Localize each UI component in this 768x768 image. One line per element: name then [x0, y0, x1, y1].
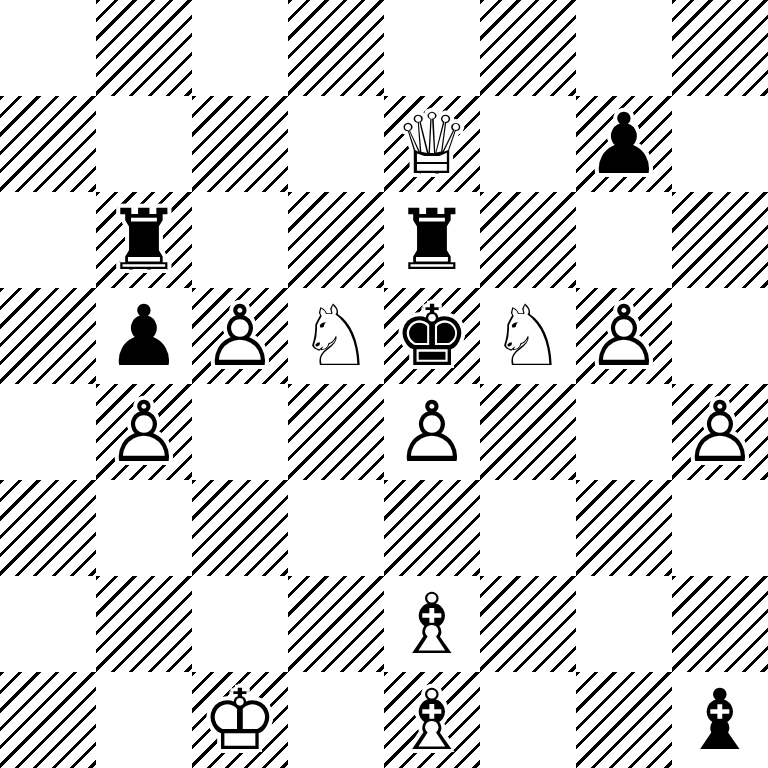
black-pawn-icon: ♟: [576, 96, 672, 192]
square-d3[interactable]: [288, 480, 384, 576]
square-b4[interactable]: ♟♙: [96, 384, 192, 480]
square-b3[interactable]: [96, 480, 192, 576]
white-queen-icon: ♕: [384, 96, 480, 192]
square-h6[interactable]: [672, 192, 768, 288]
black-rook[interactable]: ♜♜: [96, 192, 192, 288]
square-g1[interactable]: [576, 672, 672, 768]
square-e3[interactable]: [384, 480, 480, 576]
black-king[interactable]: ♚♚: [384, 288, 480, 384]
black-king-icon: ♚: [384, 288, 480, 384]
square-g6[interactable]: [576, 192, 672, 288]
square-g4[interactable]: [576, 384, 672, 480]
square-e6[interactable]: ♜♜: [384, 192, 480, 288]
square-c1[interactable]: ♚♔: [192, 672, 288, 768]
black-rook-icon: ♜: [96, 192, 192, 288]
square-e4[interactable]: ♟♙: [384, 384, 480, 480]
white-knight[interactable]: ♞♘: [480, 288, 576, 384]
square-d7[interactable]: [288, 96, 384, 192]
white-bishop-icon: ♗: [384, 576, 480, 672]
white-bishop[interactable]: ♝♗: [384, 576, 480, 672]
square-g7[interactable]: ♟♟: [576, 96, 672, 192]
square-h8[interactable]: [672, 0, 768, 96]
square-c4[interactable]: [192, 384, 288, 480]
square-e7[interactable]: ♛♕: [384, 96, 480, 192]
chess-diagram: ♛♕♟♟♜♜♜♜♟♟♟♙♞♘♚♚♞♘♟♙♟♙♟♙♟♙♝♗♚♔♝♗♝♝: [0, 0, 768, 768]
square-a6[interactable]: [0, 192, 96, 288]
square-e5[interactable]: ♚♚: [384, 288, 480, 384]
square-f5[interactable]: ♞♘: [480, 288, 576, 384]
white-queen[interactable]: ♛♕: [384, 96, 480, 192]
square-f1[interactable]: [480, 672, 576, 768]
white-knight[interactable]: ♞♘: [288, 288, 384, 384]
black-rook-icon: ♜: [384, 192, 480, 288]
black-bishop-icon: ♝: [672, 672, 768, 768]
square-h4[interactable]: ♟♙: [672, 384, 768, 480]
square-h2[interactable]: [672, 576, 768, 672]
square-a3[interactable]: [0, 480, 96, 576]
square-a7[interactable]: [0, 96, 96, 192]
square-e2[interactable]: ♝♗: [384, 576, 480, 672]
black-pawn[interactable]: ♟♟: [96, 288, 192, 384]
square-e1[interactable]: ♝♗: [384, 672, 480, 768]
white-pawn[interactable]: ♟♙: [384, 384, 480, 480]
square-f8[interactable]: [480, 0, 576, 96]
chess-board: ♛♕♟♟♜♜♜♜♟♟♟♙♞♘♚♚♞♘♟♙♟♙♟♙♟♙♝♗♚♔♝♗♝♝: [0, 0, 768, 768]
square-c3[interactable]: [192, 480, 288, 576]
square-g3[interactable]: [576, 480, 672, 576]
square-d4[interactable]: [288, 384, 384, 480]
square-c5[interactable]: ♟♙: [192, 288, 288, 384]
square-c8[interactable]: [192, 0, 288, 96]
white-king-icon: ♔: [192, 672, 288, 768]
square-f3[interactable]: [480, 480, 576, 576]
black-pawn[interactable]: ♟♟: [576, 96, 672, 192]
square-d1[interactable]: [288, 672, 384, 768]
white-pawn[interactable]: ♟♙: [672, 384, 768, 480]
square-f7[interactable]: [480, 96, 576, 192]
square-c6[interactable]: [192, 192, 288, 288]
white-pawn-icon: ♙: [576, 288, 672, 384]
square-a5[interactable]: [0, 288, 96, 384]
white-pawn[interactable]: ♟♙: [192, 288, 288, 384]
white-king[interactable]: ♚♔: [192, 672, 288, 768]
square-d6[interactable]: [288, 192, 384, 288]
square-a1[interactable]: [0, 672, 96, 768]
white-knight-icon: ♘: [288, 288, 384, 384]
square-b8[interactable]: [96, 0, 192, 96]
square-a4[interactable]: [0, 384, 96, 480]
square-b2[interactable]: [96, 576, 192, 672]
white-bishop[interactable]: ♝♗: [384, 672, 480, 768]
square-h7[interactable]: [672, 96, 768, 192]
square-b7[interactable]: [96, 96, 192, 192]
square-c2[interactable]: [192, 576, 288, 672]
square-d5[interactable]: ♞♘: [288, 288, 384, 384]
square-a2[interactable]: [0, 576, 96, 672]
square-f6[interactable]: [480, 192, 576, 288]
square-c7[interactable]: [192, 96, 288, 192]
square-f4[interactable]: [480, 384, 576, 480]
square-f2[interactable]: [480, 576, 576, 672]
square-g8[interactable]: [576, 0, 672, 96]
white-pawn-icon: ♙: [192, 288, 288, 384]
square-g5[interactable]: ♟♙: [576, 288, 672, 384]
white-pawn-icon: ♙: [96, 384, 192, 480]
square-h3[interactable]: [672, 480, 768, 576]
white-bishop-icon: ♗: [384, 672, 480, 768]
square-b6[interactable]: ♜♜: [96, 192, 192, 288]
square-d2[interactable]: [288, 576, 384, 672]
white-pawn[interactable]: ♟♙: [96, 384, 192, 480]
square-b5[interactable]: ♟♟: [96, 288, 192, 384]
square-a8[interactable]: [0, 0, 96, 96]
white-pawn-icon: ♙: [384, 384, 480, 480]
black-pawn-icon: ♟: [96, 288, 192, 384]
white-pawn-icon: ♙: [672, 384, 768, 480]
white-knight-icon: ♘: [480, 288, 576, 384]
square-b1[interactable]: [96, 672, 192, 768]
black-bishop[interactable]: ♝♝: [672, 672, 768, 768]
square-h5[interactable]: [672, 288, 768, 384]
square-g2[interactable]: [576, 576, 672, 672]
black-rook[interactable]: ♜♜: [384, 192, 480, 288]
white-pawn[interactable]: ♟♙: [576, 288, 672, 384]
square-e8[interactable]: [384, 0, 480, 96]
square-d8[interactable]: [288, 0, 384, 96]
square-h1[interactable]: ♝♝: [672, 672, 768, 768]
